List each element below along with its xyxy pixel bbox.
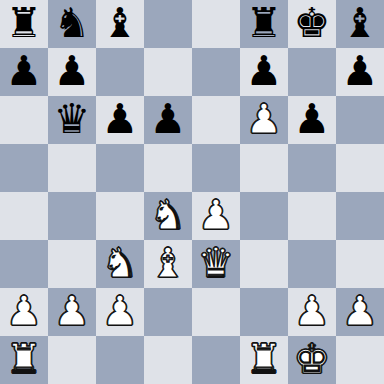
square-g8[interactable]: ♚ <box>288 0 336 48</box>
square-c5[interactable] <box>96 144 144 192</box>
square-c7[interactable] <box>96 48 144 96</box>
square-d7[interactable] <box>144 48 192 96</box>
square-d5[interactable] <box>144 144 192 192</box>
square-a7[interactable]: ♟ <box>0 48 48 96</box>
piece-black-pawn: ♟ <box>246 48 283 95</box>
square-b1[interactable] <box>48 336 96 384</box>
square-e7[interactable] <box>192 48 240 96</box>
square-c4[interactable] <box>96 192 144 240</box>
square-d2[interactable] <box>144 288 192 336</box>
piece-black-pawn: ♟ <box>54 48 91 95</box>
square-h2[interactable]: ♟ <box>336 288 384 336</box>
square-h4[interactable] <box>336 192 384 240</box>
square-b6[interactable]: ♛ <box>48 96 96 144</box>
square-f7[interactable]: ♟ <box>240 48 288 96</box>
square-d3[interactable]: ♝ <box>144 240 192 288</box>
square-f4[interactable] <box>240 192 288 240</box>
piece-white-knight: ♞ <box>102 240 139 287</box>
square-b5[interactable] <box>48 144 96 192</box>
square-d6[interactable]: ♟ <box>144 96 192 144</box>
square-e6[interactable] <box>192 96 240 144</box>
piece-white-king: ♚ <box>294 336 331 383</box>
square-g1[interactable]: ♚ <box>288 336 336 384</box>
piece-white-rook: ♜ <box>6 336 43 383</box>
piece-black-rook: ♜ <box>246 0 283 47</box>
square-e8[interactable] <box>192 0 240 48</box>
square-a4[interactable] <box>0 192 48 240</box>
square-a2[interactable]: ♟ <box>0 288 48 336</box>
square-g2[interactable]: ♟ <box>288 288 336 336</box>
square-g3[interactable] <box>288 240 336 288</box>
square-f6[interactable]: ♟ <box>240 96 288 144</box>
piece-white-pawn: ♟ <box>246 96 283 143</box>
square-a1[interactable]: ♜ <box>0 336 48 384</box>
square-b4[interactable] <box>48 192 96 240</box>
square-f3[interactable] <box>240 240 288 288</box>
square-d4[interactable]: ♞ <box>144 192 192 240</box>
square-a8[interactable]: ♜ <box>0 0 48 48</box>
piece-white-pawn: ♟ <box>294 288 331 335</box>
square-g5[interactable] <box>288 144 336 192</box>
square-h1[interactable] <box>336 336 384 384</box>
piece-white-queen: ♛ <box>198 240 235 287</box>
square-f1[interactable]: ♜ <box>240 336 288 384</box>
piece-white-pawn: ♟ <box>198 192 235 239</box>
square-e1[interactable] <box>192 336 240 384</box>
square-c1[interactable] <box>96 336 144 384</box>
square-h7[interactable]: ♟ <box>336 48 384 96</box>
square-g6[interactable]: ♟ <box>288 96 336 144</box>
piece-white-knight: ♞ <box>150 192 187 239</box>
square-a3[interactable] <box>0 240 48 288</box>
square-f8[interactable]: ♜ <box>240 0 288 48</box>
square-b7[interactable]: ♟ <box>48 48 96 96</box>
square-c6[interactable]: ♟ <box>96 96 144 144</box>
square-a5[interactable] <box>0 144 48 192</box>
piece-white-bishop: ♝ <box>150 240 187 287</box>
square-c8[interactable]: ♝ <box>96 0 144 48</box>
square-f2[interactable] <box>240 288 288 336</box>
square-d8[interactable] <box>144 0 192 48</box>
piece-white-pawn: ♟ <box>342 288 379 335</box>
piece-white-pawn: ♟ <box>54 288 91 335</box>
square-e2[interactable] <box>192 288 240 336</box>
piece-black-pawn: ♟ <box>102 96 139 143</box>
piece-white-pawn: ♟ <box>102 288 139 335</box>
square-e4[interactable]: ♟ <box>192 192 240 240</box>
square-c3[interactable]: ♞ <box>96 240 144 288</box>
square-h5[interactable] <box>336 144 384 192</box>
piece-black-bishop: ♝ <box>342 0 379 47</box>
piece-white-rook: ♜ <box>246 336 283 383</box>
piece-black-pawn: ♟ <box>294 96 331 143</box>
square-h6[interactable] <box>336 96 384 144</box>
piece-black-pawn: ♟ <box>342 48 379 95</box>
square-h3[interactable] <box>336 240 384 288</box>
piece-black-pawn: ♟ <box>6 48 43 95</box>
square-e5[interactable] <box>192 144 240 192</box>
piece-black-king: ♚ <box>294 0 331 47</box>
square-b3[interactable] <box>48 240 96 288</box>
square-a6[interactable] <box>0 96 48 144</box>
square-g7[interactable] <box>288 48 336 96</box>
piece-black-queen: ♛ <box>54 96 91 143</box>
square-c2[interactable]: ♟ <box>96 288 144 336</box>
square-f5[interactable] <box>240 144 288 192</box>
square-g4[interactable] <box>288 192 336 240</box>
piece-black-pawn: ♟ <box>150 96 187 143</box>
piece-black-bishop: ♝ <box>102 0 139 47</box>
piece-black-knight: ♞ <box>54 0 91 47</box>
square-b2[interactable]: ♟ <box>48 288 96 336</box>
piece-black-rook: ♜ <box>6 0 43 47</box>
square-h8[interactable]: ♝ <box>336 0 384 48</box>
square-e3[interactable]: ♛ <box>192 240 240 288</box>
piece-white-pawn: ♟ <box>6 288 43 335</box>
chess-board: ♜♞♝♜♚♝♟♟♟♟♛♟♟♟♟♞♟♞♝♛♟♟♟♟♟♜♜♚ <box>0 0 384 384</box>
square-d1[interactable] <box>144 336 192 384</box>
square-b8[interactable]: ♞ <box>48 0 96 48</box>
